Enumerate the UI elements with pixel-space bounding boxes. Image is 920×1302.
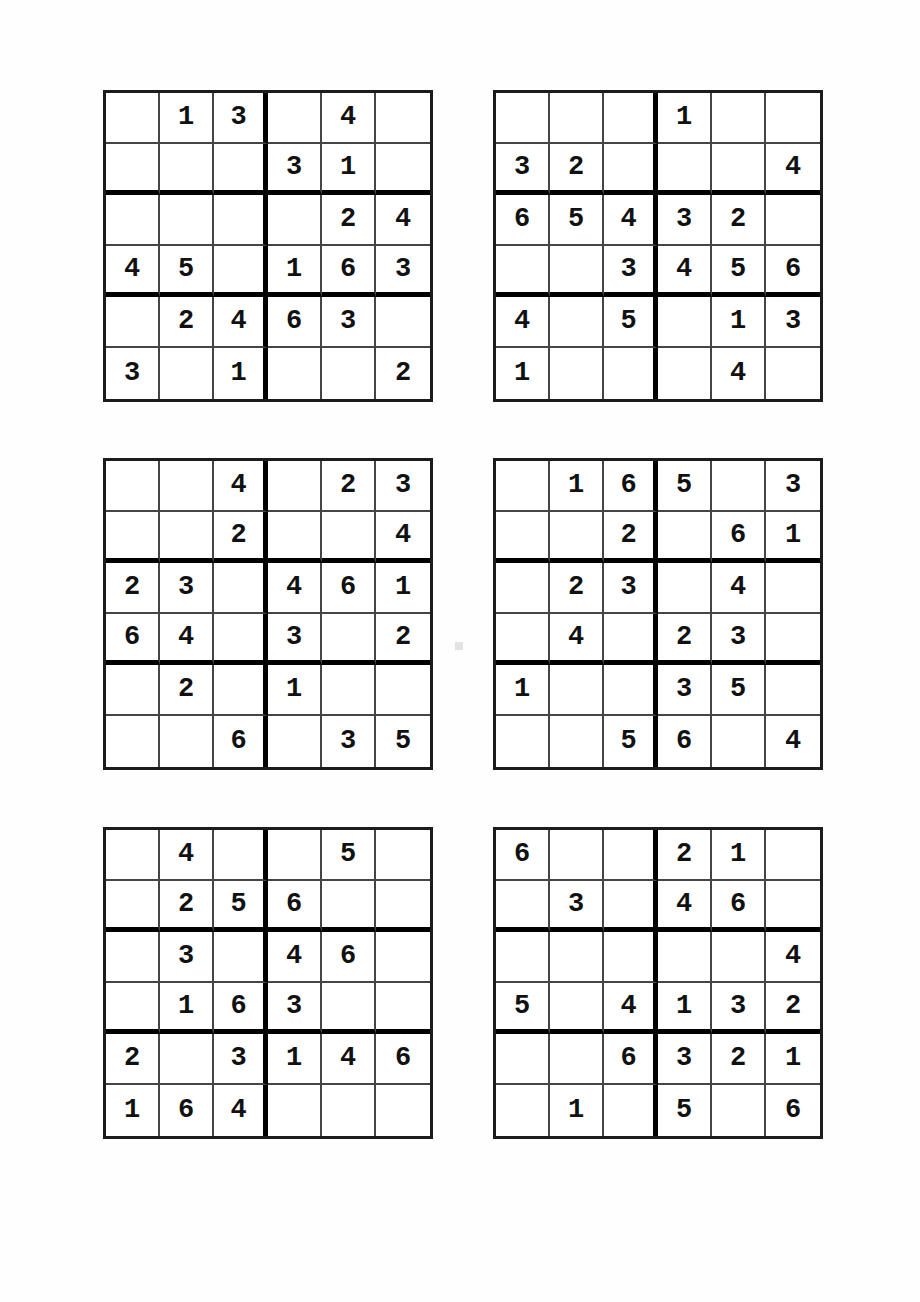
sudoku-cell-empty[interactable] (766, 830, 820, 881)
sudoku-cell-empty[interactable] (214, 246, 268, 297)
sudoku-cell-given: 5 (712, 665, 766, 716)
sudoku-cell-empty[interactable] (376, 93, 430, 144)
sudoku-cell-empty[interactable] (322, 665, 376, 716)
sudoku-cell-empty[interactable] (106, 716, 160, 767)
sudoku-cell-given: 3 (376, 461, 430, 512)
sudoku-cell-empty[interactable] (712, 1085, 766, 1136)
sudoku-cell-given: 5 (550, 195, 604, 246)
sudoku-cell-given: 3 (214, 1034, 268, 1085)
sudoku-cell-empty[interactable] (496, 461, 550, 512)
sudoku-cell-empty[interactable] (268, 348, 322, 399)
sudoku-cell-empty[interactable] (766, 195, 820, 246)
sudoku-cell-given: 5 (214, 881, 268, 932)
sudoku-cell-empty[interactable] (322, 881, 376, 932)
sudoku-cell-given: 3 (766, 461, 820, 512)
sudoku-cell-given: 6 (268, 297, 322, 348)
sudoku-cell-empty[interactable] (766, 348, 820, 399)
sudoku-cell-given: 3 (604, 246, 658, 297)
sudoku-cell-empty[interactable] (766, 881, 820, 932)
sudoku-cell-given: 2 (160, 297, 214, 348)
sudoku-cell-empty[interactable] (496, 563, 550, 614)
sudoku-cell-given: 6 (766, 1085, 820, 1136)
sudoku-cell-given: 6 (496, 195, 550, 246)
sudoku-cell-given: 1 (268, 246, 322, 297)
sudoku-cell-empty[interactable] (658, 144, 712, 195)
sudoku-cell-empty[interactable] (106, 983, 160, 1034)
sudoku-cell-given: 1 (712, 830, 766, 881)
sudoku-cell-given: 6 (322, 563, 376, 614)
sudoku-cell-empty[interactable] (496, 512, 550, 563)
sudoku-cell-empty[interactable] (604, 830, 658, 881)
sudoku-cell-given: 4 (214, 297, 268, 348)
sudoku-cell-empty[interactable] (658, 512, 712, 563)
sudoku-cell-empty[interactable] (322, 614, 376, 665)
sudoku-cell-empty[interactable] (712, 144, 766, 195)
sudoku-cell-given: 3 (712, 614, 766, 665)
sudoku-cell-given: 3 (268, 144, 322, 195)
sudoku-cell-empty[interactable] (604, 348, 658, 399)
sudoku-cell-empty[interactable] (766, 614, 820, 665)
sudoku-cell-empty[interactable] (496, 1085, 550, 1136)
sudoku-cell-empty[interactable] (658, 563, 712, 614)
sudoku-cell-given: 3 (376, 246, 430, 297)
sudoku-cell-given: 3 (658, 1034, 712, 1085)
sudoku-cell-given: 3 (106, 348, 160, 399)
sudoku-cell-given: 5 (160, 246, 214, 297)
sudoku-cell-given: 1 (322, 144, 376, 195)
sudoku-cell-given: 6 (604, 1034, 658, 1085)
sudoku-cell-given: 2 (106, 563, 160, 614)
sudoku-cell-given: 5 (376, 716, 430, 767)
sudoku-cell-given: 1 (160, 93, 214, 144)
sudoku-cell-given: 1 (766, 512, 820, 563)
sudoku-cell-given: 4 (766, 144, 820, 195)
sudoku-cell-empty[interactable] (550, 932, 604, 983)
sudoku-cell-empty[interactable] (322, 1085, 376, 1136)
sudoku-cell-given: 1 (496, 348, 550, 399)
sudoku-cell-given: 3 (322, 716, 376, 767)
sudoku-cell-empty[interactable] (214, 932, 268, 983)
sudoku-cell-empty[interactable] (106, 932, 160, 983)
sudoku-cell-empty[interactable] (604, 1085, 658, 1136)
sudoku-cell-empty[interactable] (214, 195, 268, 246)
sudoku-cell-empty[interactable] (268, 461, 322, 512)
sudoku-cell-empty[interactable] (496, 246, 550, 297)
sudoku-grid-1: 1343124451632463312 (103, 90, 433, 402)
sudoku-cell-given: 1 (268, 1034, 322, 1085)
sudoku-cell-given: 1 (376, 563, 430, 614)
sudoku-cell-empty[interactable] (712, 932, 766, 983)
sudoku-cell-empty[interactable] (376, 983, 430, 1034)
sudoku-cell-empty[interactable] (106, 512, 160, 563)
sudoku-cell-empty[interactable] (322, 512, 376, 563)
worksheet-page: 1343124451632463312 1324654323456451314 … (0, 0, 920, 1302)
sudoku-cell-given: 1 (106, 1085, 160, 1136)
sudoku-cell-empty[interactable] (376, 1085, 430, 1136)
sudoku-cell-empty[interactable] (550, 348, 604, 399)
sudoku-cell-given: 6 (496, 830, 550, 881)
sudoku-cell-empty[interactable] (604, 881, 658, 932)
sudoku-cell-given: 1 (658, 93, 712, 144)
sudoku-cell-given: 6 (658, 716, 712, 767)
sudoku-cell-given: 4 (496, 297, 550, 348)
sudoku-cell-empty[interactable] (376, 297, 430, 348)
sudoku-cell-empty[interactable] (106, 881, 160, 932)
sudoku-cell-empty[interactable] (658, 297, 712, 348)
sudoku-cell-given: 3 (160, 563, 214, 614)
sudoku-cell-empty[interactable] (268, 195, 322, 246)
sudoku-cell-given: 3 (658, 665, 712, 716)
sudoku-cell-given: 3 (550, 881, 604, 932)
sudoku-cell-given: 6 (106, 614, 160, 665)
sudoku-cell-given: 6 (160, 1085, 214, 1136)
sudoku-cell-empty[interactable] (550, 297, 604, 348)
sudoku-cell-given: 4 (658, 881, 712, 932)
sudoku-cell-empty[interactable] (106, 830, 160, 881)
sudoku-cell-given: 2 (376, 614, 430, 665)
sudoku-cell-empty[interactable] (376, 665, 430, 716)
sudoku-cell-empty[interactable] (268, 1085, 322, 1136)
sudoku-grid-6: 6213464541326321156 (493, 827, 823, 1139)
sudoku-cell-given: 6 (214, 716, 268, 767)
sudoku-cell-empty[interactable] (766, 665, 820, 716)
sudoku-cell-given: 6 (322, 932, 376, 983)
sudoku-cell-empty[interactable] (106, 144, 160, 195)
sudoku-cell-given: 3 (604, 563, 658, 614)
sudoku-cell-given: 4 (712, 563, 766, 614)
sudoku-cell-empty[interactable] (376, 932, 430, 983)
sudoku-cell-given: 2 (658, 614, 712, 665)
sudoku-cell-empty[interactable] (604, 93, 658, 144)
sudoku-cell-empty[interactable] (766, 93, 820, 144)
sudoku-cell-given: 3 (496, 144, 550, 195)
sudoku-cell-given: 1 (214, 348, 268, 399)
sudoku-cell-given: 2 (550, 144, 604, 195)
sudoku-cell-given: 4 (376, 195, 430, 246)
sudoku-cell-given: 6 (604, 461, 658, 512)
sudoku-cell-given: 2 (376, 348, 430, 399)
sudoku-cell-empty[interactable] (604, 614, 658, 665)
sudoku-cell-empty[interactable] (376, 830, 430, 881)
sudoku-cell-given: 3 (160, 932, 214, 983)
sudoku-cell-given: 2 (712, 1034, 766, 1085)
sudoku-cell-given: 3 (268, 983, 322, 1034)
sudoku-grid-5: 4525634616323146164 (103, 827, 433, 1139)
sudoku-cell-empty[interactable] (160, 461, 214, 512)
sudoku-cell-given: 1 (550, 1085, 604, 1136)
gray-smudge-artifact (455, 642, 463, 650)
sudoku-cell-given: 4 (604, 983, 658, 1034)
sudoku-cell-empty[interactable] (604, 665, 658, 716)
sudoku-cell-empty[interactable] (658, 348, 712, 399)
sudoku-cell-given: 6 (268, 881, 322, 932)
sudoku-cell-empty[interactable] (160, 348, 214, 399)
sudoku-cell-given: 3 (658, 195, 712, 246)
sudoku-cell-empty[interactable] (550, 512, 604, 563)
sudoku-cell-given: 3 (766, 297, 820, 348)
sudoku-cell-given: 2 (322, 461, 376, 512)
sudoku-cell-given: 1 (712, 297, 766, 348)
sudoku-cell-given: 6 (214, 983, 268, 1034)
sudoku-cell-given: 4 (550, 614, 604, 665)
sudoku-cell-empty[interactable] (496, 614, 550, 665)
sudoku-cell-empty[interactable] (322, 983, 376, 1034)
sudoku-cell-given: 3 (214, 93, 268, 144)
sudoku-cell-given: 2 (322, 195, 376, 246)
sudoku-cell-given: 4 (160, 614, 214, 665)
sudoku-cell-empty[interactable] (160, 716, 214, 767)
sudoku-cell-given: 3 (322, 297, 376, 348)
sudoku-cell-given: 2 (766, 983, 820, 1034)
sudoku-cell-given: 1 (550, 461, 604, 512)
sudoku-cell-given: 4 (712, 348, 766, 399)
sudoku-cell-empty[interactable] (268, 93, 322, 144)
sudoku-cell-given: 4 (268, 563, 322, 614)
sudoku-cell-empty[interactable] (550, 93, 604, 144)
sudoku-cell-given: 2 (712, 195, 766, 246)
sudoku-cell-given: 3 (268, 614, 322, 665)
sudoku-cell-empty[interactable] (376, 144, 430, 195)
sudoku-cell-empty[interactable] (496, 1034, 550, 1085)
sudoku-cell-given: 6 (376, 1034, 430, 1085)
sudoku-cell-empty[interactable] (214, 665, 268, 716)
sudoku-cell-empty[interactable] (766, 563, 820, 614)
sudoku-cell-given: 6 (322, 246, 376, 297)
sudoku-cell-empty[interactable] (712, 93, 766, 144)
sudoku-cell-empty[interactable] (160, 144, 214, 195)
sudoku-cell-empty[interactable] (712, 716, 766, 767)
sudoku-cell-given: 3 (712, 983, 766, 1034)
sudoku-cell-given: 5 (604, 716, 658, 767)
sudoku-cell-given: 1 (658, 983, 712, 1034)
sudoku-cell-given: 4 (604, 195, 658, 246)
sudoku-cell-given: 5 (658, 461, 712, 512)
sudoku-cell-given: 1 (766, 1034, 820, 1085)
sudoku-cell-given: 1 (496, 665, 550, 716)
sudoku-cell-empty[interactable] (496, 716, 550, 767)
sudoku-cell-given: 2 (658, 830, 712, 881)
sudoku-cell-given: 2 (160, 881, 214, 932)
sudoku-cell-given: 5 (658, 1085, 712, 1136)
sudoku-cell-empty[interactable] (550, 665, 604, 716)
sudoku-cell-empty[interactable] (106, 665, 160, 716)
sudoku-cell-given: 4 (322, 1034, 376, 1085)
sudoku-cell-given: 1 (160, 983, 214, 1034)
sudoku-cell-empty[interactable] (496, 881, 550, 932)
sudoku-cell-given: 2 (106, 1034, 160, 1085)
sudoku-cell-given: 4 (214, 461, 268, 512)
sudoku-cell-empty[interactable] (160, 1034, 214, 1085)
sudoku-cell-empty[interactable] (712, 461, 766, 512)
sudoku-cell-given: 6 (712, 881, 766, 932)
sudoku-cell-empty[interactable] (268, 716, 322, 767)
sudoku-cell-given: 5 (712, 246, 766, 297)
sudoku-cell-empty[interactable] (106, 195, 160, 246)
sudoku-cell-empty[interactable] (214, 830, 268, 881)
sudoku-cell-empty[interactable] (214, 614, 268, 665)
sudoku-cell-given: 2 (160, 665, 214, 716)
sudoku-cell-empty[interactable] (550, 830, 604, 881)
sudoku-cell-empty[interactable] (160, 512, 214, 563)
sudoku-cell-given: 6 (712, 512, 766, 563)
sudoku-cell-given: 4 (106, 246, 160, 297)
sudoku-cell-empty[interactable] (268, 512, 322, 563)
sudoku-grid-3: 4232423461643221635 (103, 458, 433, 770)
sudoku-cell-empty[interactable] (496, 932, 550, 983)
sudoku-grid-2: 1324654323456451314 (493, 90, 823, 402)
sudoku-cell-given: 4 (214, 1085, 268, 1136)
sudoku-cell-given: 4 (268, 932, 322, 983)
sudoku-cell-given: 1 (268, 665, 322, 716)
sudoku-cell-empty[interactable] (106, 461, 160, 512)
sudoku-cell-empty[interactable] (550, 1034, 604, 1085)
sudoku-cell-empty[interactable] (106, 297, 160, 348)
sudoku-cell-empty[interactable] (214, 144, 268, 195)
sudoku-cell-empty[interactable] (160, 195, 214, 246)
sudoku-cell-empty[interactable] (376, 881, 430, 932)
sudoku-cell-given: 5 (604, 297, 658, 348)
sudoku-cell-empty[interactable] (322, 348, 376, 399)
sudoku-cell-empty[interactable] (658, 932, 712, 983)
sudoku-cell-given: 2 (550, 563, 604, 614)
sudoku-cell-given: 2 (214, 512, 268, 563)
sudoku-cell-empty[interactable] (550, 716, 604, 767)
sudoku-cell-given: 4 (766, 932, 820, 983)
sudoku-cell-given: 5 (496, 983, 550, 1034)
sudoku-cell-empty[interactable] (550, 246, 604, 297)
sudoku-cell-given: 4 (766, 716, 820, 767)
sudoku-cell-empty[interactable] (550, 983, 604, 1034)
sudoku-cell-given: 2 (604, 512, 658, 563)
sudoku-cell-empty[interactable] (496, 93, 550, 144)
sudoku-cell-empty[interactable] (106, 93, 160, 144)
sudoku-cell-given: 4 (658, 246, 712, 297)
sudoku-grid-4: 1653261234423135564 (493, 458, 823, 770)
sudoku-cell-empty[interactable] (214, 563, 268, 614)
sudoku-cell-given: 4 (160, 830, 214, 881)
sudoku-cell-empty[interactable] (604, 144, 658, 195)
sudoku-cell-given: 4 (322, 93, 376, 144)
sudoku-cell-given: 4 (376, 512, 430, 563)
sudoku-cell-empty[interactable] (604, 932, 658, 983)
sudoku-cell-given: 5 (322, 830, 376, 881)
sudoku-cell-empty[interactable] (268, 830, 322, 881)
sudoku-cell-given: 6 (766, 246, 820, 297)
